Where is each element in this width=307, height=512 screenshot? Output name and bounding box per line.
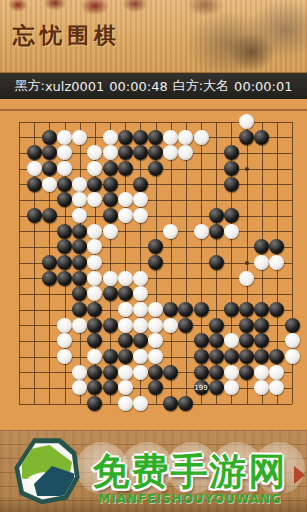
black-stone [103, 380, 118, 395]
white-stone [133, 208, 148, 223]
white-stone [148, 302, 163, 317]
white-stone [72, 177, 87, 192]
white-stone [163, 318, 178, 333]
go-board[interactable]: 199 [0, 99, 307, 430]
white-stone [27, 161, 42, 176]
white-stone [72, 380, 87, 395]
black-stone: 199 [194, 380, 209, 395]
black-stone [148, 380, 163, 395]
white-stone [87, 349, 102, 364]
white-stone [224, 333, 239, 348]
black-stone [254, 130, 269, 145]
white-stone [72, 365, 87, 380]
black-stone [57, 255, 72, 270]
white-stone [224, 224, 239, 239]
black-stone [178, 396, 193, 411]
black-stone [57, 224, 72, 239]
white-stone [118, 192, 133, 207]
black-stone [224, 302, 239, 317]
white-stone [133, 286, 148, 301]
star-point [245, 167, 249, 171]
white-stone [57, 333, 72, 348]
white-player-name: 大名 [203, 77, 229, 95]
white-stone [194, 224, 209, 239]
white-stone [57, 349, 72, 364]
black-stone [163, 302, 178, 317]
black-player-label: 黑方: [14, 77, 44, 95]
black-stone [254, 349, 269, 364]
black-stone [224, 208, 239, 223]
white-stone [87, 192, 102, 207]
black-stone [27, 177, 42, 192]
black-stone [285, 318, 300, 333]
white-stone [239, 271, 254, 286]
white-stone [133, 396, 148, 411]
black-stone [224, 161, 239, 176]
white-stone [87, 271, 102, 286]
white-stone [103, 130, 118, 145]
black-stone [209, 380, 224, 395]
white-stone [254, 365, 269, 380]
black-stone [118, 349, 133, 364]
game-status-bar: 黑方:xulz0001 00:00:48 白方:大名 00:00:01 [0, 72, 307, 100]
black-stone [72, 286, 87, 301]
white-stone [285, 349, 300, 364]
black-stone [42, 130, 57, 145]
black-stone [103, 192, 118, 207]
logo-background [18, 442, 76, 500]
white-stone [72, 130, 87, 145]
black-stone [57, 177, 72, 192]
white-stone [118, 396, 133, 411]
white-stone [118, 271, 133, 286]
white-stone [118, 380, 133, 395]
white-stone [178, 130, 193, 145]
white-stone [148, 349, 163, 364]
white-stone [133, 192, 148, 207]
black-stone [87, 318, 102, 333]
board-edge-line [0, 109, 307, 111]
board-horizontal-line [19, 404, 292, 405]
board-vertical-line [186, 122, 187, 404]
black-stone [133, 333, 148, 348]
white-stone [103, 145, 118, 160]
black-stone [148, 365, 163, 380]
black-player-name: xulz0001 [45, 79, 104, 94]
white-stone [194, 130, 209, 145]
black-stone [118, 333, 133, 348]
black-clock: 00:00:48 [109, 79, 167, 94]
white-stone [57, 318, 72, 333]
black-stone [72, 239, 87, 254]
black-stone [209, 255, 224, 270]
black-stone [148, 255, 163, 270]
black-stone [209, 365, 224, 380]
black-stone [178, 302, 193, 317]
black-stone [103, 286, 118, 301]
black-stone [87, 365, 102, 380]
black-stone [209, 333, 224, 348]
black-stone [194, 302, 209, 317]
black-stone [87, 380, 102, 395]
white-stone [87, 286, 102, 301]
black-stone [103, 208, 118, 223]
black-stone [57, 271, 72, 286]
white-stone [269, 380, 284, 395]
black-stone [42, 161, 57, 176]
black-stone [133, 130, 148, 145]
white-stone [118, 365, 133, 380]
black-stone [209, 208, 224, 223]
black-stone [224, 177, 239, 192]
white-stone [254, 255, 269, 270]
black-stone [72, 224, 87, 239]
white-stone [254, 380, 269, 395]
black-stone [148, 239, 163, 254]
white-stone [87, 145, 102, 160]
white-stone [118, 318, 133, 333]
white-stone [178, 145, 193, 160]
black-stone [224, 145, 239, 160]
black-stone [239, 365, 254, 380]
black-stone [163, 365, 178, 380]
black-stone [148, 161, 163, 176]
black-stone [209, 224, 224, 239]
white-stone [133, 365, 148, 380]
black-stone [87, 333, 102, 348]
app-header: 忘忧围棋 [0, 0, 307, 72]
black-stone [239, 333, 254, 348]
black-stone [178, 318, 193, 333]
black-stone [103, 318, 118, 333]
white-player-label: 白方: [173, 77, 203, 95]
white-stone [57, 130, 72, 145]
black-stone [72, 302, 87, 317]
black-stone [239, 349, 254, 364]
black-stone [42, 208, 57, 223]
white-clock: 00:00:01 [234, 79, 292, 94]
white-stone [148, 333, 163, 348]
white-stone [118, 208, 133, 223]
black-stone [118, 161, 133, 176]
black-stone [224, 349, 239, 364]
black-stone [239, 318, 254, 333]
black-stone [103, 349, 118, 364]
banner-title: 免费手游网 [76, 447, 304, 497]
black-stone [194, 365, 209, 380]
white-stone [163, 145, 178, 160]
star-point [245, 261, 249, 265]
white-stone [133, 302, 148, 317]
black-stone [87, 302, 102, 317]
white-stone [118, 302, 133, 317]
white-stone [87, 224, 102, 239]
white-stone [87, 161, 102, 176]
app-title: 忘忧围棋 [13, 21, 121, 51]
white-stone [72, 318, 87, 333]
banner-arrow-icon[interactable] [294, 466, 305, 484]
black-stone [269, 239, 284, 254]
white-stone [224, 380, 239, 395]
white-stone [163, 130, 178, 145]
white-stone [163, 224, 178, 239]
white-stone [133, 318, 148, 333]
black-stone [209, 349, 224, 364]
black-stone [103, 177, 118, 192]
last-move-number: 199 [194, 380, 209, 395]
white-stone [239, 114, 254, 129]
black-stone [148, 130, 163, 145]
black-stone [42, 145, 57, 160]
black-stone [72, 271, 87, 286]
black-stone [57, 239, 72, 254]
black-stone [87, 177, 102, 192]
black-stone [194, 349, 209, 364]
black-stone [42, 271, 57, 286]
black-stone [133, 177, 148, 192]
black-stone [163, 396, 178, 411]
black-stone [254, 333, 269, 348]
black-stone [27, 208, 42, 223]
site-logo-badge[interactable] [13, 437, 81, 505]
white-stone [87, 239, 102, 254]
black-stone [194, 333, 209, 348]
app-screen: 忘忧围棋 黑方:xulz0001 00:00:48 白方:大名 00:00:01… [0, 0, 307, 512]
white-stone [103, 271, 118, 286]
board-vertical-line [171, 122, 172, 404]
white-stone [72, 192, 87, 207]
white-stone [285, 333, 300, 348]
black-stone [118, 145, 133, 160]
black-stone [254, 318, 269, 333]
black-stone [133, 145, 148, 160]
white-stone [269, 365, 284, 380]
white-stone [57, 145, 72, 160]
white-stone [42, 177, 57, 192]
board-horizontal-line [19, 294, 292, 295]
black-stone [118, 286, 133, 301]
white-stone [72, 208, 87, 223]
white-stone [57, 161, 72, 176]
white-stone [269, 255, 284, 270]
black-stone [103, 365, 118, 380]
black-stone [118, 130, 133, 145]
black-stone [254, 302, 269, 317]
black-stone [87, 396, 102, 411]
black-stone [239, 130, 254, 145]
white-stone [87, 255, 102, 270]
black-stone [209, 318, 224, 333]
black-stone [103, 161, 118, 176]
banner-subtitle: MIANFEISHOUYOUWANG [76, 492, 304, 506]
black-stone [239, 302, 254, 317]
white-stone [148, 318, 163, 333]
white-stone [133, 271, 148, 286]
black-stone [148, 145, 163, 160]
white-stone [133, 349, 148, 364]
white-stone [103, 224, 118, 239]
black-stone [72, 255, 87, 270]
black-stone [269, 349, 284, 364]
black-stone [42, 255, 57, 270]
black-stone [269, 302, 284, 317]
black-stone [254, 239, 269, 254]
black-stone [57, 192, 72, 207]
black-stone [27, 145, 42, 160]
white-stone [224, 365, 239, 380]
ad-banner[interactable]: 免费手游网 MIANFEISHOUYOUWANG [0, 430, 307, 512]
